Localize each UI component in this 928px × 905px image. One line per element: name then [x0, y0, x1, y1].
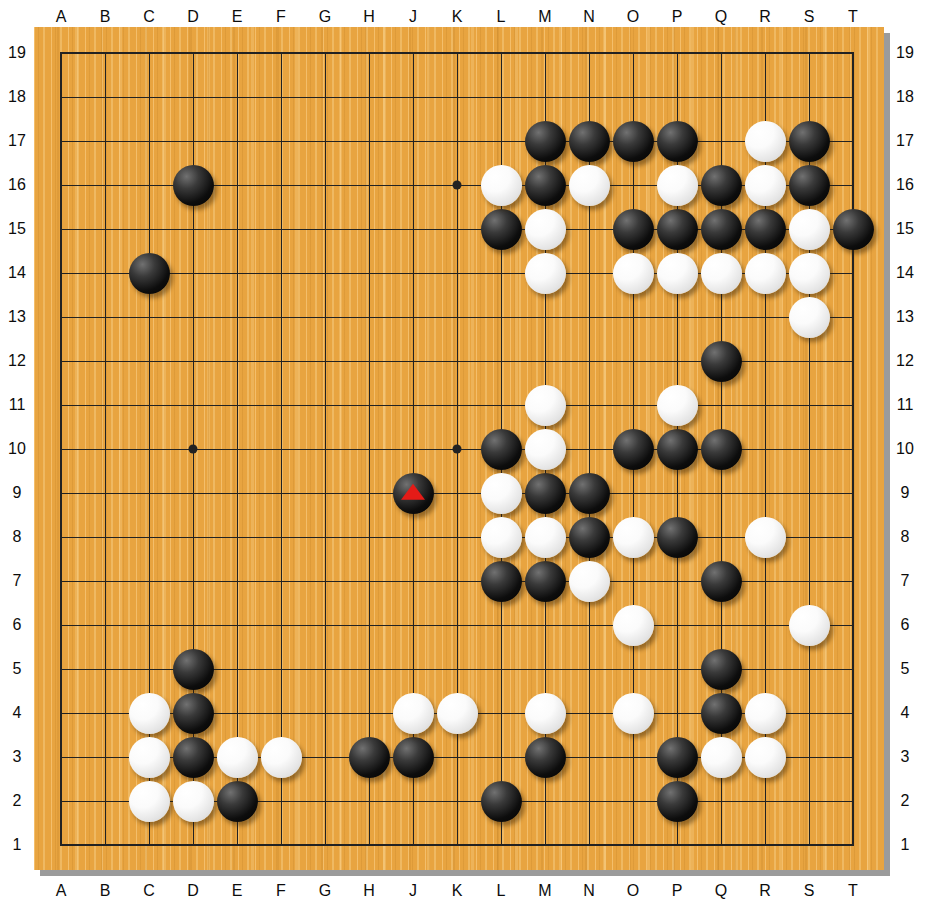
stone-black-P8[interactable] [657, 517, 698, 558]
column-label-top-E: E [215, 9, 259, 25]
stone-black-J3[interactable] [393, 737, 434, 778]
row-label-left-5: 5 [0, 661, 34, 677]
column-label-top-C: C [127, 9, 171, 25]
column-label-top-H: H [347, 9, 391, 25]
column-label-bottom-K: K [435, 883, 479, 899]
column-label-top-M: M [523, 9, 567, 25]
column-label-bottom-D: D [171, 883, 215, 899]
stone-white-S14[interactable] [789, 253, 830, 294]
row-label-left-12: 12 [0, 353, 34, 369]
row-label-right-14: 14 [888, 265, 922, 281]
stone-black-O10[interactable] [613, 429, 654, 470]
stone-grid [39, 31, 875, 867]
column-label-bottom-E: E [215, 883, 259, 899]
stone-white-O14[interactable] [613, 253, 654, 294]
stone-black-E2[interactable] [217, 781, 258, 822]
stone-white-L9[interactable] [481, 473, 522, 514]
row-label-left-3: 3 [0, 749, 34, 765]
stone-white-E3[interactable] [217, 737, 258, 778]
column-labels-top: ABCDEFGHJKLMNOPQRST [39, 0, 875, 28]
column-label-top-B: B [83, 9, 127, 25]
stone-black-H3[interactable] [349, 737, 390, 778]
column-label-top-S: S [787, 9, 831, 25]
column-label-bottom-G: G [303, 883, 347, 899]
column-label-bottom-B: B [83, 883, 127, 899]
stone-white-O8[interactable] [613, 517, 654, 558]
stone-black-P17[interactable] [657, 121, 698, 162]
column-label-top-P: P [655, 9, 699, 25]
column-label-bottom-P: P [655, 883, 699, 899]
row-label-right-7: 7 [888, 573, 922, 589]
stone-black-P2[interactable] [657, 781, 698, 822]
column-label-bottom-S: S [787, 883, 831, 899]
go-app-window: { "game": "Go", "board": { "size": 19, "… [0, 0, 928, 905]
row-label-left-15: 15 [0, 221, 34, 237]
stone-black-Q4[interactable] [701, 693, 742, 734]
stone-white-R3[interactable] [745, 737, 786, 778]
stone-black-L7[interactable] [481, 561, 522, 602]
row-label-right-3: 3 [888, 749, 922, 765]
row-label-right-11: 11 [888, 397, 922, 413]
stone-white-F3[interactable] [261, 737, 302, 778]
row-label-right-12: 12 [888, 353, 922, 369]
column-label-bottom-M: M [523, 883, 567, 899]
column-label-top-R: R [743, 9, 787, 25]
stone-white-S6[interactable] [789, 605, 830, 646]
row-label-right-18: 18 [888, 89, 922, 105]
stone-white-M4[interactable] [525, 693, 566, 734]
row-label-left-16: 16 [0, 177, 34, 193]
stone-white-M14[interactable] [525, 253, 566, 294]
stone-white-S15[interactable] [789, 209, 830, 250]
stone-black-L15[interactable] [481, 209, 522, 250]
row-label-right-4: 4 [888, 705, 922, 721]
stone-white-P16[interactable] [657, 165, 698, 206]
stone-black-N17[interactable] [569, 121, 610, 162]
column-label-top-O: O [611, 9, 655, 25]
column-label-top-J: J [391, 9, 435, 25]
column-label-top-K: K [435, 9, 479, 25]
stone-black-P3[interactable] [657, 737, 698, 778]
row-label-left-4: 4 [0, 705, 34, 721]
column-label-bottom-A: A [39, 883, 83, 899]
row-label-right-13: 13 [888, 309, 922, 325]
stone-black-N9[interactable] [569, 473, 610, 514]
stone-black-Q15[interactable] [701, 209, 742, 250]
stone-black-Q12[interactable] [701, 341, 742, 382]
stone-white-Q3[interactable] [701, 737, 742, 778]
stone-white-K4[interactable] [437, 693, 478, 734]
row-label-right-15: 15 [888, 221, 922, 237]
stone-black-D3[interactable] [173, 737, 214, 778]
stone-white-J4[interactable] [393, 693, 434, 734]
stone-white-L16[interactable] [481, 165, 522, 206]
column-label-bottom-C: C [127, 883, 171, 899]
stone-black-L10[interactable] [481, 429, 522, 470]
stone-black-Q5[interactable] [701, 649, 742, 690]
stone-black-M3[interactable] [525, 737, 566, 778]
stone-black-S17[interactable] [789, 121, 830, 162]
column-label-top-L: L [479, 9, 523, 25]
stone-white-M8[interactable] [525, 517, 566, 558]
row-label-left-13: 13 [0, 309, 34, 325]
stone-black-J9[interactable] [393, 473, 434, 514]
column-label-top-N: N [567, 9, 611, 25]
stone-white-R16[interactable] [745, 165, 786, 206]
stone-black-C14[interactable] [129, 253, 170, 294]
stone-black-R15[interactable] [745, 209, 786, 250]
row-labels-right: 19181716151413121110987654321 [888, 31, 922, 875]
row-label-left-7: 7 [0, 573, 34, 589]
stone-black-T15[interactable] [833, 209, 874, 250]
stone-black-N8[interactable] [569, 517, 610, 558]
row-label-right-10: 10 [888, 441, 922, 457]
column-label-top-D: D [171, 9, 215, 25]
stone-white-C4[interactable] [129, 693, 170, 734]
stone-white-L8[interactable] [481, 517, 522, 558]
stone-white-S13[interactable] [789, 297, 830, 338]
stone-white-O4[interactable] [613, 693, 654, 734]
stone-white-R8[interactable] [745, 517, 786, 558]
row-labels-left: 19181716151413121110987654321 [0, 31, 34, 875]
row-label-right-17: 17 [888, 133, 922, 149]
row-label-left-19: 19 [0, 45, 34, 61]
column-label-bottom-H: H [347, 883, 391, 899]
stone-black-M16[interactable] [525, 165, 566, 206]
stone-white-D2[interactable] [173, 781, 214, 822]
stone-black-P15[interactable] [657, 209, 698, 250]
stone-white-N7[interactable] [569, 561, 610, 602]
row-label-right-8: 8 [888, 529, 922, 545]
row-label-left-2: 2 [0, 793, 34, 809]
stone-white-R14[interactable] [745, 253, 786, 294]
stone-white-R4[interactable] [745, 693, 786, 734]
stone-black-Q10[interactable] [701, 429, 742, 470]
row-label-left-10: 10 [0, 441, 34, 457]
column-label-bottom-N: N [567, 883, 611, 899]
stone-white-N16[interactable] [569, 165, 610, 206]
column-label-top-G: G [303, 9, 347, 25]
row-label-left-17: 17 [0, 133, 34, 149]
column-label-bottom-R: R [743, 883, 787, 899]
stone-white-P11[interactable] [657, 385, 698, 426]
row-label-left-14: 14 [0, 265, 34, 281]
stone-white-R17[interactable] [745, 121, 786, 162]
stone-black-M9[interactable] [525, 473, 566, 514]
stone-white-M15[interactable] [525, 209, 566, 250]
stone-black-S16[interactable] [789, 165, 830, 206]
column-label-bottom-Q: Q [699, 883, 743, 899]
row-label-left-1: 1 [0, 837, 34, 853]
column-label-bottom-L: L [479, 883, 523, 899]
column-label-top-Q: Q [699, 9, 743, 25]
column-label-bottom-F: F [259, 883, 303, 899]
stone-black-D16[interactable] [173, 165, 214, 206]
stone-black-L2[interactable] [481, 781, 522, 822]
row-label-left-9: 9 [0, 485, 34, 501]
stone-black-D4[interactable] [173, 693, 214, 734]
column-label-bottom-T: T [831, 883, 875, 899]
column-label-bottom-O: O [611, 883, 655, 899]
stone-white-C2[interactable] [129, 781, 170, 822]
last-move-marker-icon [401, 484, 425, 500]
stone-black-M7[interactable] [525, 561, 566, 602]
stone-white-P14[interactable] [657, 253, 698, 294]
stone-black-Q16[interactable] [701, 165, 742, 206]
stone-white-Q14[interactable] [701, 253, 742, 294]
stone-black-P10[interactable] [657, 429, 698, 470]
go-board[interactable] [34, 27, 884, 870]
row-label-left-18: 18 [0, 89, 34, 105]
row-label-right-1: 1 [888, 837, 922, 853]
column-label-top-A: A [39, 9, 83, 25]
row-label-right-5: 5 [888, 661, 922, 677]
row-label-left-11: 11 [0, 397, 34, 413]
stone-black-Q7[interactable] [701, 561, 742, 602]
row-label-right-2: 2 [888, 793, 922, 809]
stone-white-C3[interactable] [129, 737, 170, 778]
stone-black-M17[interactable] [525, 121, 566, 162]
column-label-bottom-J: J [391, 883, 435, 899]
row-label-left-6: 6 [0, 617, 34, 633]
stone-white-O6[interactable] [613, 605, 654, 646]
stone-black-O17[interactable] [613, 121, 654, 162]
column-labels-bottom: ABCDEFGHJKLMNOPQRST [39, 870, 875, 898]
stone-white-M10[interactable] [525, 429, 566, 470]
row-label-right-19: 19 [888, 45, 922, 61]
row-label-right-9: 9 [888, 485, 922, 501]
stone-white-M11[interactable] [525, 385, 566, 426]
stone-black-D5[interactable] [173, 649, 214, 690]
row-label-right-16: 16 [888, 177, 922, 193]
row-label-left-8: 8 [0, 529, 34, 545]
row-label-right-6: 6 [888, 617, 922, 633]
column-label-top-F: F [259, 9, 303, 25]
stone-black-O15[interactable] [613, 209, 654, 250]
column-label-top-T: T [831, 9, 875, 25]
